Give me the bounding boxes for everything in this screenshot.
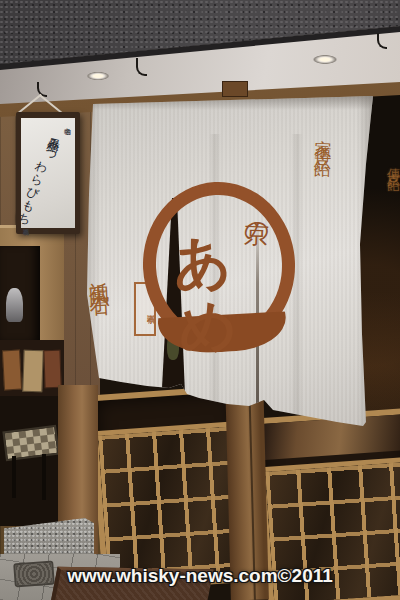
- glass-trophy: [6, 288, 23, 322]
- product-box: [43, 350, 61, 389]
- banner-paper: 名物 黒糖みつ わらびもち 祇園小石: [21, 118, 75, 228]
- right-window-sign: 傳京飴: [380, 158, 400, 270]
- checkered-stool: [2, 425, 59, 461]
- stool-leg: [12, 456, 16, 498]
- noren-right-text: 家傳京飴: [311, 126, 333, 257]
- product-box: [2, 350, 22, 391]
- storefront-photo: 傳京飴 名: [0, 0, 400, 600]
- left-door-lattice: [98, 421, 246, 585]
- product-box: [22, 350, 43, 393]
- hook-icon: [136, 58, 147, 76]
- interior-floor-through-glass: [262, 414, 400, 460]
- candy-pot-emblem: あめ 京の: [139, 178, 299, 352]
- banner-frame: 名物 黒糖みつ わらびもち 祇園小石: [16, 112, 80, 234]
- banner-line2: わらびもち: [19, 152, 52, 221]
- left-display-window: [0, 396, 58, 526]
- stool-leg: [42, 454, 46, 500]
- downlight: [308, 53, 342, 66]
- cabinet-opening: [0, 246, 40, 348]
- emblem-side-text: 京の: [244, 200, 270, 239]
- photo-watermark: www.whisky-news.com©2011: [0, 565, 400, 587]
- downlight: [82, 70, 114, 82]
- emblem-main-text: あめ: [169, 193, 237, 327]
- product-shelf: [0, 340, 64, 396]
- beam-bracket: [222, 81, 248, 97]
- noren-curtain: 家傳京飴 祇園小石 祇園小石 あめ 京の: [75, 94, 373, 434]
